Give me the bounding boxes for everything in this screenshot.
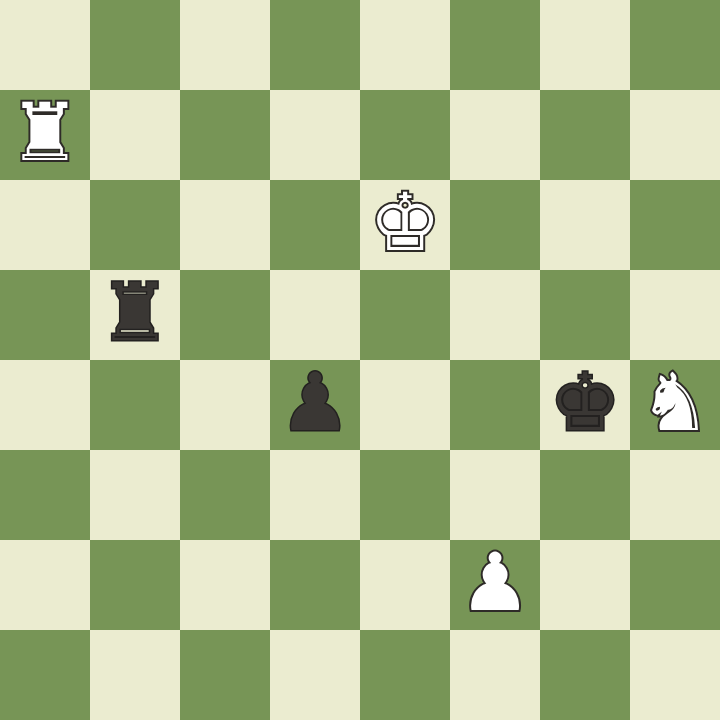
square-c2[interactable] bbox=[180, 540, 270, 630]
square-h2[interactable] bbox=[630, 540, 720, 630]
square-e8[interactable] bbox=[360, 0, 450, 90]
square-h4[interactable]: ♞ bbox=[630, 360, 720, 450]
square-h5[interactable] bbox=[630, 270, 720, 360]
square-f2[interactable]: ♟ bbox=[450, 540, 540, 630]
square-g7[interactable] bbox=[540, 90, 630, 180]
square-a1[interactable] bbox=[0, 630, 90, 720]
square-e5[interactable] bbox=[360, 270, 450, 360]
square-c7[interactable] bbox=[180, 90, 270, 180]
square-f6[interactable] bbox=[450, 180, 540, 270]
square-b6[interactable] bbox=[90, 180, 180, 270]
square-b2[interactable] bbox=[90, 540, 180, 630]
square-c8[interactable] bbox=[180, 0, 270, 90]
square-b5[interactable]: ♜ bbox=[90, 270, 180, 360]
black-pawn[interactable]: ♟ bbox=[279, 358, 351, 448]
square-f8[interactable] bbox=[450, 0, 540, 90]
square-e4[interactable] bbox=[360, 360, 450, 450]
white-knight[interactable]: ♞ bbox=[639, 358, 711, 448]
square-e2[interactable] bbox=[360, 540, 450, 630]
square-d5[interactable] bbox=[270, 270, 360, 360]
square-e6[interactable]: ♚ bbox=[360, 180, 450, 270]
square-b7[interactable] bbox=[90, 90, 180, 180]
square-g4[interactable]: ♚ bbox=[540, 360, 630, 450]
square-c3[interactable] bbox=[180, 450, 270, 540]
square-a2[interactable] bbox=[0, 540, 90, 630]
square-b3[interactable] bbox=[90, 450, 180, 540]
square-b4[interactable] bbox=[90, 360, 180, 450]
square-e7[interactable] bbox=[360, 90, 450, 180]
black-king[interactable]: ♚ bbox=[549, 358, 621, 448]
square-g3[interactable] bbox=[540, 450, 630, 540]
square-g5[interactable] bbox=[540, 270, 630, 360]
square-h7[interactable] bbox=[630, 90, 720, 180]
black-rook[interactable]: ♜ bbox=[99, 268, 171, 358]
square-c1[interactable] bbox=[180, 630, 270, 720]
square-d6[interactable] bbox=[270, 180, 360, 270]
square-d1[interactable] bbox=[270, 630, 360, 720]
square-g2[interactable] bbox=[540, 540, 630, 630]
square-g1[interactable] bbox=[540, 630, 630, 720]
square-f1[interactable] bbox=[450, 630, 540, 720]
square-d4[interactable]: ♟ bbox=[270, 360, 360, 450]
square-b1[interactable] bbox=[90, 630, 180, 720]
square-d3[interactable] bbox=[270, 450, 360, 540]
white-rook[interactable]: ♜ bbox=[9, 88, 81, 178]
square-f5[interactable] bbox=[450, 270, 540, 360]
square-a6[interactable] bbox=[0, 180, 90, 270]
square-g8[interactable] bbox=[540, 0, 630, 90]
square-h8[interactable] bbox=[630, 0, 720, 90]
square-f4[interactable] bbox=[450, 360, 540, 450]
square-a7[interactable]: ♜ bbox=[0, 90, 90, 180]
square-g6[interactable] bbox=[540, 180, 630, 270]
square-f7[interactable] bbox=[450, 90, 540, 180]
square-d7[interactable] bbox=[270, 90, 360, 180]
square-c6[interactable] bbox=[180, 180, 270, 270]
white-pawn[interactable]: ♟ bbox=[459, 538, 531, 628]
square-e1[interactable] bbox=[360, 630, 450, 720]
square-h1[interactable] bbox=[630, 630, 720, 720]
square-e3[interactable] bbox=[360, 450, 450, 540]
white-king[interactable]: ♚ bbox=[369, 178, 441, 268]
square-c4[interactable] bbox=[180, 360, 270, 450]
square-a3[interactable] bbox=[0, 450, 90, 540]
square-b8[interactable] bbox=[90, 0, 180, 90]
square-h6[interactable] bbox=[630, 180, 720, 270]
square-h3[interactable] bbox=[630, 450, 720, 540]
square-a5[interactable] bbox=[0, 270, 90, 360]
chess-board: ♜♚♜♟♚♞♟ bbox=[0, 0, 720, 720]
square-d2[interactable] bbox=[270, 540, 360, 630]
square-f3[interactable] bbox=[450, 450, 540, 540]
square-a8[interactable] bbox=[0, 0, 90, 90]
square-a4[interactable] bbox=[0, 360, 90, 450]
square-c5[interactable] bbox=[180, 270, 270, 360]
square-d8[interactable] bbox=[270, 0, 360, 90]
